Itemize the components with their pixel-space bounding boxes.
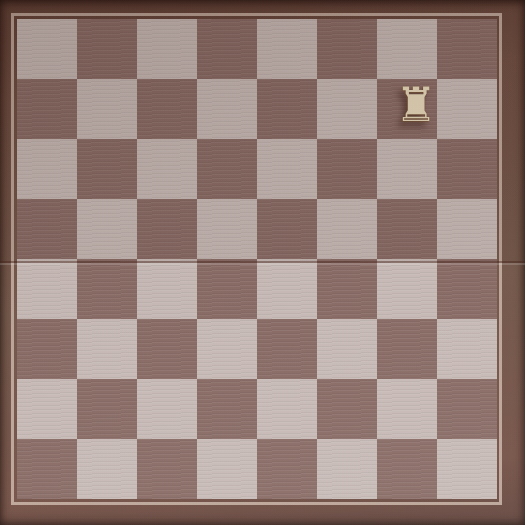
square-e8[interactable] <box>257 19 317 79</box>
square-a6[interactable] <box>17 139 77 199</box>
square-f3[interactable] <box>317 319 377 379</box>
square-b6[interactable] <box>77 139 137 199</box>
square-a3[interactable] <box>17 319 77 379</box>
square-h4[interactable] <box>437 259 497 319</box>
square-e4[interactable] <box>257 259 317 319</box>
square-f1[interactable] <box>317 439 377 499</box>
square-b1[interactable] <box>77 439 137 499</box>
square-c4[interactable] <box>137 259 197 319</box>
square-f5[interactable] <box>317 199 377 259</box>
square-a1[interactable] <box>17 439 77 499</box>
square-e7[interactable] <box>257 79 317 139</box>
square-d3[interactable] <box>197 319 257 379</box>
square-h3[interactable] <box>437 319 497 379</box>
square-b8[interactable] <box>77 19 137 79</box>
square-a4[interactable] <box>17 259 77 319</box>
square-d5[interactable] <box>197 199 257 259</box>
square-g2[interactable] <box>377 379 437 439</box>
square-d8[interactable] <box>197 19 257 79</box>
square-h2[interactable] <box>437 379 497 439</box>
square-a8[interactable] <box>17 19 77 79</box>
square-g1[interactable] <box>377 439 437 499</box>
square-h8[interactable] <box>437 19 497 79</box>
square-g4[interactable] <box>377 259 437 319</box>
square-e6[interactable] <box>257 139 317 199</box>
square-h1[interactable] <box>437 439 497 499</box>
square-a5[interactable] <box>17 199 77 259</box>
square-c3[interactable] <box>137 319 197 379</box>
square-c7[interactable] <box>137 79 197 139</box>
square-h7[interactable] <box>437 79 497 139</box>
square-f2[interactable] <box>317 379 377 439</box>
square-g6[interactable] <box>377 139 437 199</box>
square-d7[interactable] <box>197 79 257 139</box>
chessboard: ♜ <box>17 19 497 499</box>
chessboard-photo: ♜ <box>0 0 525 525</box>
square-c6[interactable] <box>137 139 197 199</box>
square-b3[interactable] <box>77 319 137 379</box>
square-a7[interactable] <box>17 79 77 139</box>
white-rook-piece[interactable]: ♜ <box>395 81 437 128</box>
square-e5[interactable] <box>257 199 317 259</box>
square-b4[interactable] <box>77 259 137 319</box>
square-f7[interactable] <box>317 79 377 139</box>
square-g8[interactable] <box>377 19 437 79</box>
square-g5[interactable] <box>377 199 437 259</box>
square-h5[interactable] <box>437 199 497 259</box>
board-frame: ♜ <box>0 0 525 525</box>
square-b5[interactable] <box>77 199 137 259</box>
square-c2[interactable] <box>137 379 197 439</box>
square-h6[interactable] <box>437 139 497 199</box>
square-f6[interactable] <box>317 139 377 199</box>
square-c1[interactable] <box>137 439 197 499</box>
square-a2[interactable] <box>17 379 77 439</box>
square-e3[interactable] <box>257 319 317 379</box>
square-e1[interactable] <box>257 439 317 499</box>
square-f4[interactable] <box>317 259 377 319</box>
square-g3[interactable] <box>377 319 437 379</box>
square-d1[interactable] <box>197 439 257 499</box>
square-d6[interactable] <box>197 139 257 199</box>
square-d2[interactable] <box>197 379 257 439</box>
square-d4[interactable] <box>197 259 257 319</box>
square-b2[interactable] <box>77 379 137 439</box>
square-e2[interactable] <box>257 379 317 439</box>
square-g7[interactable]: ♜ <box>377 79 437 139</box>
square-f8[interactable] <box>317 19 377 79</box>
square-b7[interactable] <box>77 79 137 139</box>
square-c5[interactable] <box>137 199 197 259</box>
square-c8[interactable] <box>137 19 197 79</box>
